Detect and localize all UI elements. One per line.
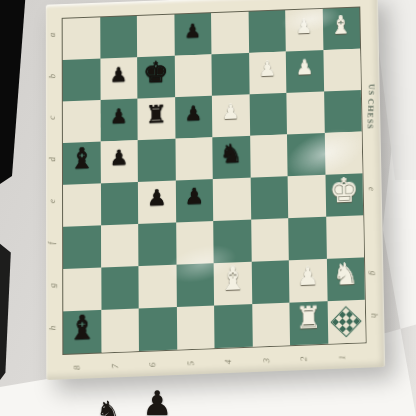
- square-e5[interactable]: ♟: [175, 179, 213, 222]
- rank-label-bottom-4: 4: [223, 359, 233, 364]
- square-c5[interactable]: ♟: [175, 96, 213, 139]
- square-b2[interactable]: ♟: [286, 50, 324, 93]
- us-chess-brand-text: US CHESS: [367, 84, 376, 99]
- square-h6[interactable]: [139, 307, 177, 351]
- square-f5[interactable]: [176, 221, 214, 265]
- square-g2[interactable]: ♟: [289, 259, 327, 303]
- square-f3[interactable]: [251, 218, 289, 262]
- square-h1[interactable]: [327, 300, 365, 344]
- square-g3[interactable]: [251, 260, 289, 304]
- board-grid: ♟♟♝♟♚♟♟♟♜♟♟♝♟♞♟♟♚♝♟♞♝♜: [63, 8, 366, 354]
- black-king-b6[interactable]: ♚: [143, 58, 169, 88]
- square-g8[interactable]: [63, 268, 101, 312]
- square-b7[interactable]: ♟: [100, 57, 137, 100]
- square-h8[interactable]: ♝: [63, 310, 101, 354]
- square-c3[interactable]: [249, 93, 287, 136]
- square-c1[interactable]: [324, 90, 362, 133]
- square-e2[interactable]: [288, 175, 326, 218]
- square-b3[interactable]: ♟: [249, 52, 287, 95]
- file-label-right-g: g: [368, 271, 378, 276]
- square-f8[interactable]: [63, 225, 101, 269]
- square-b4[interactable]: [211, 53, 249, 96]
- square-b1[interactable]: [323, 49, 361, 92]
- white-pawn-c4[interactable]: ♟: [222, 102, 240, 122]
- white-bishop-a1[interactable]: ♝: [330, 13, 353, 38]
- square-e6[interactable]: ♟: [138, 181, 176, 224]
- square-c6[interactable]: ♜: [137, 97, 175, 140]
- file-label-left-b: b: [47, 74, 57, 79]
- square-d4[interactable]: ♞: [212, 136, 250, 179]
- photo-stage: ♟♟♝♟♚♟♟♟♜♟♟♝♟♞♟♟♚♝♟♞♝♜ abcdefgh87654321e…: [0, 0, 416, 416]
- black-pawn-b7[interactable]: ♟: [110, 65, 128, 85]
- square-c7[interactable]: ♟: [100, 99, 138, 142]
- square-b5[interactable]: [174, 54, 212, 97]
- square-d6[interactable]: [138, 139, 176, 182]
- black-pawn-e5[interactable]: ♟: [184, 186, 204, 209]
- black-bishop-h8[interactable]: ♝: [67, 310, 97, 345]
- square-f2[interactable]: [288, 217, 326, 261]
- square-g4[interactable]: ♝: [214, 262, 252, 306]
- square-d2[interactable]: [287, 133, 325, 176]
- rank-label-bottom-2: 2: [298, 356, 308, 361]
- white-pawn-g2[interactable]: ♟: [297, 265, 319, 290]
- board-coordinate-labels: abcdefgh87654321egh: [46, 0, 378, 5]
- file-label-right-e: e: [367, 187, 377, 192]
- square-d1[interactable]: [324, 132, 362, 175]
- rank-label-bottom-6: 6: [147, 362, 157, 367]
- file-label-left-d: d: [47, 157, 57, 162]
- black-bishop-d8[interactable]: ♝: [69, 144, 95, 174]
- black-pawn-e6[interactable]: ♟: [147, 187, 167, 210]
- square-a1[interactable]: ♝: [322, 8, 360, 51]
- square-a8[interactable]: [63, 17, 100, 60]
- square-e4[interactable]: [213, 178, 251, 221]
- square-h2[interactable]: ♜: [289, 301, 327, 345]
- square-a5[interactable]: ♟: [174, 13, 212, 56]
- rank-label-bottom-7: 7: [109, 364, 119, 369]
- rank-label-bottom-5: 5: [185, 361, 195, 366]
- square-g5[interactable]: [176, 263, 214, 307]
- rank-label-bottom-3: 3: [261, 358, 271, 363]
- square-a4[interactable]: [211, 12, 249, 55]
- square-h5[interactable]: [176, 306, 214, 350]
- file-label-right-h: h: [369, 313, 379, 318]
- square-d7[interactable]: ♟: [100, 140, 138, 183]
- square-f6[interactable]: [138, 222, 176, 266]
- square-b6[interactable]: ♚: [137, 56, 175, 99]
- square-a3[interactable]: [248, 10, 286, 53]
- black-pawn-c5[interactable]: ♟: [184, 104, 202, 124]
- black-rook-c6[interactable]: ♜: [145, 103, 167, 128]
- square-c8[interactable]: [63, 100, 100, 143]
- square-a6[interactable]: [137, 15, 174, 58]
- square-h3[interactable]: [252, 303, 290, 347]
- square-f7[interactable]: [101, 224, 139, 268]
- square-e7[interactable]: [100, 182, 138, 225]
- white-knight-g1[interactable]: ♞: [332, 260, 359, 290]
- file-label-left-f: f: [46, 242, 56, 245]
- file-label-left-e: e: [47, 199, 57, 204]
- square-g1[interactable]: ♞: [326, 257, 364, 301]
- captured-black-pawn[interactable]: ♟: [142, 386, 172, 416]
- us-chess-diamond-logo-icon: [331, 306, 362, 338]
- file-label-left-h: h: [47, 325, 57, 330]
- black-pawn-c7[interactable]: ♟: [110, 107, 128, 127]
- square-c4[interactable]: ♟: [212, 94, 250, 137]
- square-e1[interactable]: ♚: [325, 173, 363, 216]
- captured-black-knight[interactable]: ♞: [96, 398, 121, 416]
- square-c2[interactable]: [286, 91, 324, 134]
- black-pawn-a5[interactable]: ♟: [184, 22, 201, 41]
- white-pawn-a2[interactable]: ♟: [295, 17, 312, 36]
- file-label-left-a: a: [47, 32, 57, 37]
- file-label-left-c: c: [47, 115, 57, 120]
- square-f4[interactable]: [213, 220, 251, 264]
- square-h7[interactable]: [101, 308, 139, 352]
- photo-dark-edge: [0, 235, 18, 380]
- square-d5[interactable]: [175, 137, 213, 180]
- chess-board[interactable]: ♟♟♝♟♚♟♟♟♜♟♟♝♟♞♟♟♚♝♟♞♝♜ abcdefgh87654321e…: [46, 0, 385, 380]
- square-e8[interactable]: [63, 183, 101, 226]
- white-pawn-b2[interactable]: ♟: [296, 58, 314, 78]
- black-pawn-d7[interactable]: ♟: [110, 148, 129, 170]
- square-g6[interactable]: [138, 265, 176, 309]
- white-king-e1[interactable]: ♚: [329, 174, 359, 208]
- rank-label-bottom-8: 8: [72, 365, 82, 370]
- rank-label-bottom-1: 1: [336, 355, 346, 360]
- file-label-left-g: g: [47, 283, 57, 288]
- square-g7[interactable]: [101, 266, 139, 310]
- square-a7[interactable]: [100, 16, 137, 59]
- black-knight-d4[interactable]: ♞: [219, 140, 243, 167]
- square-a2[interactable]: ♟: [285, 9, 323, 52]
- square-d3[interactable]: [250, 134, 288, 177]
- square-h4[interactable]: [214, 304, 252, 348]
- white-bishop-g4[interactable]: ♝: [218, 263, 247, 296]
- white-rook-h2[interactable]: ♜: [295, 304, 322, 334]
- square-f1[interactable]: [326, 215, 364, 259]
- square-d8[interactable]: ♝: [63, 142, 101, 185]
- square-b8[interactable]: [63, 59, 100, 102]
- square-e3[interactable]: [250, 176, 288, 219]
- white-pawn-b3[interactable]: ♟: [258, 59, 276, 79]
